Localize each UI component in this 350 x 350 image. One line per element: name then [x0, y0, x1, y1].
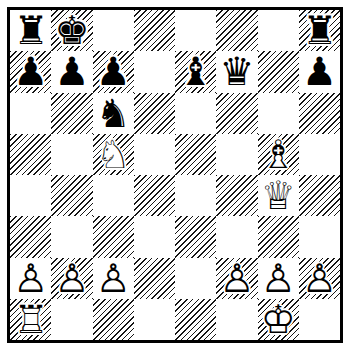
- square-f4[interactable]: [216, 175, 257, 216]
- square-b4[interactable]: [51, 175, 92, 216]
- square-g5[interactable]: ♝♗: [258, 134, 299, 175]
- square-f8[interactable]: [216, 10, 257, 51]
- black-rook-icon: ♜: [299, 10, 340, 51]
- square-f3[interactable]: [216, 216, 257, 257]
- square-d2[interactable]: [134, 258, 175, 299]
- square-f6[interactable]: [216, 93, 257, 134]
- square-h2[interactable]: ♟♙: [299, 258, 340, 299]
- square-d7[interactable]: [134, 51, 175, 92]
- square-h3[interactable]: [299, 216, 340, 257]
- white-pawn-piece[interactable]: ♟♙: [51, 258, 92, 299]
- square-g6[interactable]: [258, 93, 299, 134]
- white-pawn-piece[interactable]: ♟♙: [216, 258, 257, 299]
- black-pawn-piece[interactable]: ♟: [93, 51, 134, 92]
- chess-board: ♜♚♜♟♟♟♝♛♟♞♞♘♝♗♛♕♟♙♟♙♟♙♟♙♟♙♟♙♜♖♚♔: [10, 10, 340, 340]
- black-pawn-piece[interactable]: ♟: [10, 51, 51, 92]
- square-a2[interactable]: ♟♙: [10, 258, 51, 299]
- black-bishop-icon: ♝: [175, 51, 216, 92]
- black-queen-icon: ♛: [216, 51, 257, 92]
- white-pawn-icon: ♙: [258, 258, 299, 299]
- square-a6[interactable]: [10, 93, 51, 134]
- square-c4[interactable]: [93, 175, 134, 216]
- square-c3[interactable]: [93, 216, 134, 257]
- square-c1[interactable]: [93, 299, 134, 340]
- square-c5[interactable]: ♞♘: [93, 134, 134, 175]
- black-knight-piece[interactable]: ♞: [93, 93, 134, 134]
- square-d5[interactable]: [134, 134, 175, 175]
- square-b3[interactable]: [51, 216, 92, 257]
- square-h6[interactable]: [299, 93, 340, 134]
- square-f5[interactable]: [216, 134, 257, 175]
- square-f2[interactable]: ♟♙: [216, 258, 257, 299]
- square-d1[interactable]: [134, 299, 175, 340]
- square-g7[interactable]: [258, 51, 299, 92]
- square-e7[interactable]: ♝: [175, 51, 216, 92]
- white-pawn-icon: ♙: [51, 258, 92, 299]
- square-a8[interactable]: ♜: [10, 10, 51, 51]
- square-e1[interactable]: [175, 299, 216, 340]
- square-d4[interactable]: [134, 175, 175, 216]
- square-e4[interactable]: [175, 175, 216, 216]
- white-pawn-piece[interactable]: ♟♙: [10, 258, 51, 299]
- black-rook-piece[interactable]: ♜: [10, 10, 51, 51]
- chess-diagram: ♜♚♜♟♟♟♝♛♟♞♞♘♝♗♛♕♟♙♟♙♟♙♟♙♟♙♟♙♜♖♚♔: [7, 7, 350, 350]
- white-pawn-piece[interactable]: ♟♙: [258, 258, 299, 299]
- square-b1[interactable]: [51, 299, 92, 340]
- white-knight-icon: ♘: [93, 134, 134, 175]
- square-g3[interactable]: [258, 216, 299, 257]
- black-pawn-piece[interactable]: ♟: [51, 51, 92, 92]
- white-bishop-icon: ♗: [258, 134, 299, 175]
- white-queen-icon: ♕: [258, 175, 299, 216]
- black-pawn-icon: ♟: [51, 51, 92, 92]
- white-rook-piece[interactable]: ♜♖: [10, 299, 51, 340]
- square-b5[interactable]: [51, 134, 92, 175]
- black-bishop-piece[interactable]: ♝: [175, 51, 216, 92]
- square-a5[interactable]: [10, 134, 51, 175]
- black-pawn-icon: ♟: [93, 51, 134, 92]
- white-rook-icon: ♖: [10, 299, 51, 340]
- white-pawn-icon: ♙: [93, 258, 134, 299]
- square-b8[interactable]: ♚: [51, 10, 92, 51]
- square-c6[interactable]: ♞: [93, 93, 134, 134]
- white-pawn-icon: ♙: [216, 258, 257, 299]
- white-king-piece[interactable]: ♚♔: [258, 299, 299, 340]
- white-queen-piece[interactable]: ♛♕: [258, 175, 299, 216]
- square-b2[interactable]: ♟♙: [51, 258, 92, 299]
- square-h8[interactable]: ♜: [299, 10, 340, 51]
- square-a7[interactable]: ♟: [10, 51, 51, 92]
- black-queen-piece[interactable]: ♛: [216, 51, 257, 92]
- square-f7[interactable]: ♛: [216, 51, 257, 92]
- black-king-icon: ♚: [51, 10, 92, 51]
- square-b7[interactable]: ♟: [51, 51, 92, 92]
- square-a1[interactable]: ♜♖: [10, 299, 51, 340]
- square-c7[interactable]: ♟: [93, 51, 134, 92]
- square-a4[interactable]: [10, 175, 51, 216]
- square-f1[interactable]: [216, 299, 257, 340]
- board-frame: ♜♚♜♟♟♟♝♛♟♞♞♘♝♗♛♕♟♙♟♙♟♙♟♙♟♙♟♙♜♖♚♔: [7, 7, 343, 343]
- black-rook-piece[interactable]: ♜: [299, 10, 340, 51]
- square-g8[interactable]: [258, 10, 299, 51]
- black-pawn-icon: ♟: [299, 51, 340, 92]
- square-h1[interactable]: [299, 299, 340, 340]
- square-d3[interactable]: [134, 216, 175, 257]
- square-h7[interactable]: ♟: [299, 51, 340, 92]
- square-e8[interactable]: [175, 10, 216, 51]
- white-pawn-icon: ♙: [10, 258, 51, 299]
- square-e6[interactable]: [175, 93, 216, 134]
- square-c2[interactable]: ♟♙: [93, 258, 134, 299]
- square-e2[interactable]: [175, 258, 216, 299]
- square-g2[interactable]: ♟♙: [258, 258, 299, 299]
- white-knight-piece[interactable]: ♞♘: [93, 134, 134, 175]
- white-pawn-piece[interactable]: ♟♙: [93, 258, 134, 299]
- square-h4[interactable]: [299, 175, 340, 216]
- white-bishop-piece[interactable]: ♝♗: [258, 134, 299, 175]
- square-g4[interactable]: ♛♕: [258, 175, 299, 216]
- square-a3[interactable]: [10, 216, 51, 257]
- square-e5[interactable]: [175, 134, 216, 175]
- black-pawn-icon: ♟: [10, 51, 51, 92]
- white-pawn-piece[interactable]: ♟♙: [299, 258, 340, 299]
- square-g1[interactable]: ♚♔: [258, 299, 299, 340]
- square-c8[interactable]: [93, 10, 134, 51]
- square-e3[interactable]: [175, 216, 216, 257]
- white-pawn-icon: ♙: [299, 258, 340, 299]
- black-king-piece[interactable]: ♚: [51, 10, 92, 51]
- square-d8[interactable]: [134, 10, 175, 51]
- square-d6[interactable]: [134, 93, 175, 134]
- white-king-icon: ♔: [258, 299, 299, 340]
- square-h5[interactable]: [299, 134, 340, 175]
- black-knight-icon: ♞: [93, 93, 134, 134]
- black-rook-icon: ♜: [10, 10, 51, 51]
- square-b6[interactable]: [51, 93, 92, 134]
- black-pawn-piece[interactable]: ♟: [299, 51, 340, 92]
